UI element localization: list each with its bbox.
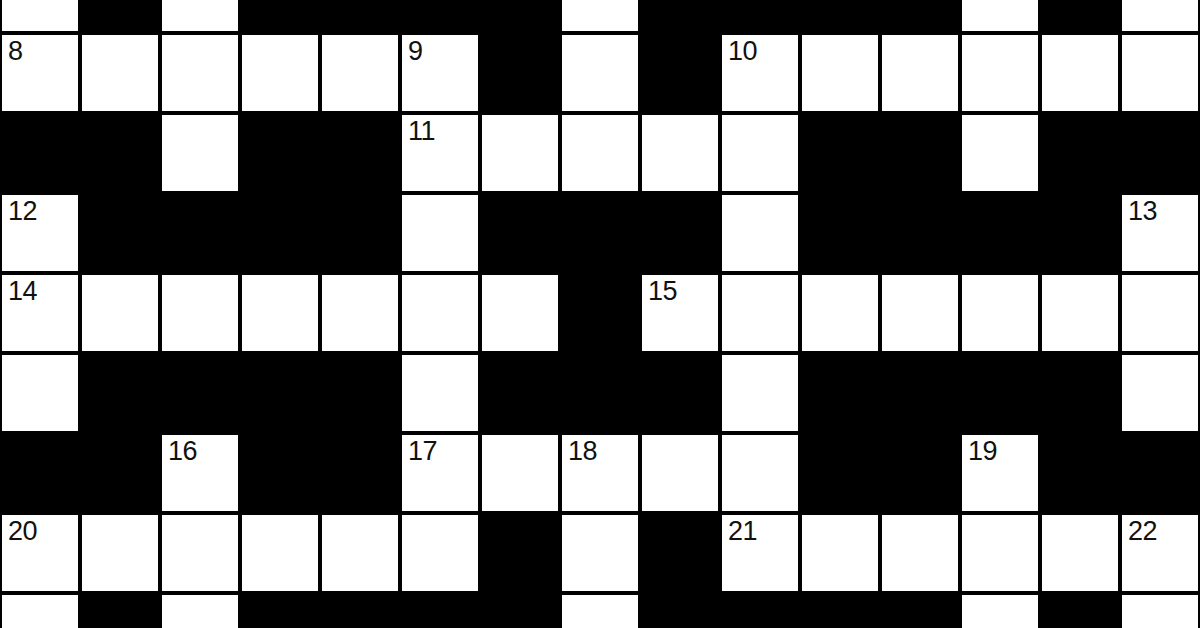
black-cell-r6c14 [1120,433,1200,513]
white-cell-r4c13[interactable] [1040,273,1120,353]
white-cell-r7c11[interactable] [880,513,960,593]
white-cell-r8c14[interactable] [1120,593,1200,628]
black-cell-r6c10 [800,433,880,513]
white-cell-r6c5[interactable]: 17 [400,433,480,513]
black-cell-r8c5 [400,593,480,628]
white-cell-r1c2[interactable] [160,33,240,113]
black-cell-r0c6 [480,0,560,33]
white-cell-r4c14[interactable] [1120,273,1200,353]
clue-number: 12 [8,198,37,225]
white-cell-r7c10[interactable] [800,513,880,593]
white-cell-r6c8[interactable] [640,433,720,513]
white-cell-r4c1[interactable] [80,273,160,353]
black-cell-r8c11 [880,593,960,628]
black-cell-r3c10 [800,193,880,273]
white-cell-r3c14[interactable]: 13 [1120,193,1200,273]
black-cell-r0c11 [880,0,960,33]
black-cell-r8c8 [640,593,720,628]
white-cell-r0c14[interactable] [1120,0,1200,33]
black-cell-r8c10 [800,593,880,628]
white-cell-r2c12[interactable] [960,113,1040,193]
black-cell-r8c6 [480,593,560,628]
black-cell-r3c13 [1040,193,1120,273]
white-cell-r6c2[interactable]: 16 [160,433,240,513]
clue-number: 15 [648,278,677,305]
white-cell-r4c12[interactable] [960,273,1040,353]
white-cell-r5c0[interactable] [0,353,80,433]
black-cell-r5c3 [240,353,320,433]
white-cell-r6c6[interactable] [480,433,560,513]
black-cell-r5c2 [160,353,240,433]
black-cell-r3c1 [80,193,160,273]
black-cell-r3c12 [960,193,1040,273]
white-cell-r6c9[interactable] [720,433,800,513]
clue-number: 11 [408,118,435,145]
black-cell-r3c8 [640,193,720,273]
clue-number: 18 [568,438,597,465]
black-cell-r7c8 [640,513,720,593]
white-cell-r1c11[interactable] [880,33,960,113]
black-cell-r0c8 [640,0,720,33]
white-cell-r0c12[interactable] [960,0,1040,33]
white-cell-r1c13[interactable] [1040,33,1120,113]
white-cell-r4c8[interactable]: 15 [640,273,720,353]
white-cell-r7c9[interactable]: 21 [720,513,800,593]
black-cell-r6c0 [0,433,80,513]
white-cell-r0c2[interactable] [160,0,240,33]
black-cell-r2c13 [1040,113,1120,193]
clue-number: 14 [8,278,37,305]
black-cell-r8c3 [240,593,320,628]
white-cell-r1c12[interactable] [960,33,1040,113]
white-cell-r4c0[interactable]: 14 [0,273,80,353]
black-cell-r5c7 [560,353,640,433]
white-cell-r1c14[interactable] [1120,33,1200,113]
white-cell-r0c0[interactable] [0,0,80,33]
white-cell-r7c14[interactable]: 22 [1120,513,1200,593]
black-cell-r0c5 [400,0,480,33]
white-cell-r2c9[interactable] [720,113,800,193]
black-cell-r0c4 [320,0,400,33]
white-cell-r4c6[interactable] [480,273,560,353]
black-cell-r3c11 [880,193,960,273]
black-cell-r6c3 [240,433,320,513]
white-cell-r2c2[interactable] [160,113,240,193]
crossword-viewport: 8910111213141516171819202122 [0,0,1200,628]
black-cell-r7c6 [480,513,560,593]
clue-number: 17 [408,438,437,465]
black-cell-r0c10 [800,0,880,33]
black-cell-r4c7 [560,273,640,353]
black-cell-r5c12 [960,353,1040,433]
clue-number: 21 [728,518,757,545]
white-cell-r7c0[interactable]: 20 [0,513,80,593]
white-cell-r7c1[interactable] [80,513,160,593]
black-cell-r2c10 [800,113,880,193]
white-cell-r1c4[interactable] [320,33,400,113]
black-cell-r0c1 [80,0,160,33]
white-cell-r4c9[interactable] [720,273,800,353]
clue-number: 9 [408,38,423,65]
white-cell-r8c12[interactable] [960,593,1040,628]
white-cell-r1c5[interactable]: 9 [400,33,480,113]
black-cell-r0c9 [720,0,800,33]
black-cell-r2c14 [1120,113,1200,193]
white-cell-r7c3[interactable] [240,513,320,593]
black-cell-r6c11 [880,433,960,513]
black-cell-r0c3 [240,0,320,33]
white-cell-r4c3[interactable] [240,273,320,353]
clue-number: 10 [728,38,757,65]
white-cell-r3c9[interactable] [720,193,800,273]
black-cell-r8c1 [80,593,160,628]
black-cell-r2c3 [240,113,320,193]
black-cell-r5c8 [640,353,720,433]
white-cell-r2c8[interactable] [640,113,720,193]
black-cell-r5c4 [320,353,400,433]
white-cell-r4c5[interactable] [400,273,480,353]
clue-number: 22 [1128,518,1157,545]
white-cell-r7c2[interactable] [160,513,240,593]
white-cell-r1c7[interactable] [560,33,640,113]
clue-number: 16 [168,438,197,465]
white-cell-r6c7[interactable]: 18 [560,433,640,513]
black-cell-r2c11 [880,113,960,193]
white-cell-r4c11[interactable] [880,273,960,353]
black-cell-r8c4 [320,593,400,628]
black-cell-r3c3 [240,193,320,273]
black-cell-r5c10 [800,353,880,433]
black-cell-r1c8 [640,33,720,113]
white-cell-r4c10[interactable] [800,273,880,353]
black-cell-r5c11 [880,353,960,433]
black-cell-r8c9 [720,593,800,628]
white-cell-r2c5[interactable]: 11 [400,113,480,193]
white-cell-r8c0[interactable] [0,593,80,628]
white-cell-r1c1[interactable] [80,33,160,113]
black-cell-r3c4 [320,193,400,273]
white-cell-r1c9[interactable]: 10 [720,33,800,113]
black-cell-r8c13 [1040,593,1120,628]
white-cell-r1c10[interactable] [800,33,880,113]
black-cell-r3c6 [480,193,560,273]
black-cell-r5c1 [80,353,160,433]
black-cell-r1c6 [480,33,560,113]
clue-number: 20 [8,518,37,545]
black-cell-r0c13 [1040,0,1120,33]
white-cell-r4c4[interactable] [320,273,400,353]
white-cell-r5c9[interactable] [720,353,800,433]
white-cell-r1c0[interactable]: 8 [0,33,80,113]
black-cell-r6c13 [1040,433,1120,513]
white-cell-r8c7[interactable] [560,593,640,628]
black-cell-r2c1 [80,113,160,193]
white-cell-r0c7[interactable] [560,0,640,33]
white-cell-r5c14[interactable] [1120,353,1200,433]
black-cell-r3c7 [560,193,640,273]
white-cell-r6c12[interactable]: 19 [960,433,1040,513]
white-cell-r7c13[interactable] [1040,513,1120,593]
black-cell-r2c0 [0,113,80,193]
clue-number: 19 [968,438,997,465]
black-cell-r2c4 [320,113,400,193]
white-cell-r5c5[interactable] [400,353,480,433]
white-cell-r8c2[interactable] [160,593,240,628]
black-cell-r5c13 [1040,353,1120,433]
white-cell-r1c3[interactable] [240,33,320,113]
black-cell-r6c1 [80,433,160,513]
crossword-board: 8910111213141516171819202122 [0,0,1200,628]
white-cell-r7c7[interactable] [560,513,640,593]
white-cell-r7c5[interactable] [400,513,480,593]
black-cell-r5c6 [480,353,560,433]
clue-number: 13 [1128,198,1157,225]
white-cell-r3c5[interactable] [400,193,480,273]
clue-number: 8 [8,38,23,65]
white-cell-r3c0[interactable]: 12 [0,193,80,273]
black-cell-r3c2 [160,193,240,273]
white-cell-r7c4[interactable] [320,513,400,593]
black-cell-r6c4 [320,433,400,513]
white-cell-r7c12[interactable] [960,513,1040,593]
white-cell-r2c7[interactable] [560,113,640,193]
white-cell-r4c2[interactable] [160,273,240,353]
white-cell-r2c6[interactable] [480,113,560,193]
